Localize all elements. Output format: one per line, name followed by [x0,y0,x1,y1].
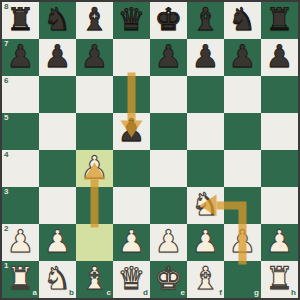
square-f8[interactable]: ♝ [187,2,224,39]
white-pawn-b2[interactable]: ♟ [44,226,72,257]
square-b3[interactable] [39,187,76,224]
black-pawn-f7[interactable]: ♟ [192,41,220,72]
white-pawn-c4[interactable]: ♟ [81,152,109,183]
square-e3[interactable] [150,187,187,224]
white-pawn-h2[interactable]: ♟ [266,226,294,257]
square-h3[interactable] [261,187,298,224]
square-g4[interactable] [224,150,261,187]
square-c5[interactable] [76,113,113,150]
black-rook-a8[interactable]: ♜ [7,4,35,35]
square-f7[interactable]: ♟ [187,39,224,76]
white-bishop-c1[interactable]: ♝ [81,263,109,294]
rank-label-6: 6 [4,77,8,85]
square-h5[interactable] [261,113,298,150]
rank-label-4: 4 [4,151,8,159]
square-a5[interactable]: 5 [2,113,39,150]
square-c3[interactable] [76,187,113,224]
square-f1[interactable]: f♝ [187,261,224,298]
square-d2[interactable]: ♟ [113,224,150,261]
white-pawn-g2[interactable]: ♟ [229,226,257,257]
rank-label-3: 3 [4,188,8,196]
square-g6[interactable] [224,76,261,113]
white-rook-h1[interactable]: ♜ [266,263,294,294]
square-h4[interactable] [261,150,298,187]
black-pawn-g7[interactable]: ♟ [229,41,257,72]
black-pawn-c7[interactable]: ♟ [81,41,109,72]
rank-label-5: 5 [4,114,8,122]
square-b7[interactable]: ♟ [39,39,76,76]
black-rook-h8[interactable]: ♜ [266,4,294,35]
square-h1[interactable]: h♜ [261,261,298,298]
white-knight-f3[interactable]: ♞ [192,189,220,220]
white-pawn-d2[interactable]: ♟ [118,226,146,257]
white-pawn-a2[interactable]: ♟ [7,226,35,257]
black-king-e8[interactable]: ♚ [155,4,183,35]
white-rook-a1[interactable]: ♜ [7,263,35,294]
square-h2[interactable]: ♟ [261,224,298,261]
white-pawn-e2[interactable]: ♟ [155,226,183,257]
square-a8[interactable]: 8♜ [2,2,39,39]
black-pawn-b7[interactable]: ♟ [44,41,72,72]
black-pawn-d5[interactable]: ♟ [118,115,146,146]
square-a6[interactable]: 6 [2,76,39,113]
square-e5[interactable] [150,113,187,150]
square-d3[interactable] [113,187,150,224]
square-e4[interactable] [150,150,187,187]
square-g8[interactable]: ♞ [224,2,261,39]
square-b4[interactable] [39,150,76,187]
square-b2[interactable]: ♟ [39,224,76,261]
square-c4[interactable]: ♟ [76,150,113,187]
square-d5[interactable]: ♟ [113,113,150,150]
square-f3[interactable]: ♞ [187,187,224,224]
square-b8[interactable]: ♞ [39,2,76,39]
square-a2[interactable]: 2♟ [2,224,39,261]
black-pawn-a7[interactable]: ♟ [7,41,35,72]
square-g5[interactable] [224,113,261,150]
square-g2[interactable]: ♟ [224,224,261,261]
file-label-g: g [254,289,259,297]
square-a4[interactable]: 4 [2,150,39,187]
square-d7[interactable] [113,39,150,76]
square-f4[interactable] [187,150,224,187]
square-h6[interactable] [261,76,298,113]
white-queen-d1[interactable]: ♛ [118,263,146,294]
square-c2[interactable] [76,224,113,261]
square-c6[interactable] [76,76,113,113]
square-b1[interactable]: b♞ [39,261,76,298]
square-e7[interactable]: ♟ [150,39,187,76]
black-bishop-f8[interactable]: ♝ [192,4,220,35]
square-h7[interactable]: ♟ [261,39,298,76]
square-b6[interactable] [39,76,76,113]
square-d8[interactable]: ♛ [113,2,150,39]
black-knight-g8[interactable]: ♞ [229,4,257,35]
white-bishop-f1[interactable]: ♝ [192,263,220,294]
square-a3[interactable]: 3 [2,187,39,224]
white-knight-b1[interactable]: ♞ [44,263,72,294]
square-a7[interactable]: 7♟ [2,39,39,76]
black-pawn-e7[interactable]: ♟ [155,41,183,72]
white-pawn-f2[interactable]: ♟ [192,226,220,257]
black-pawn-h7[interactable]: ♟ [266,41,294,72]
square-g7[interactable]: ♟ [224,39,261,76]
file-label-f: f [219,289,222,297]
square-d1[interactable]: d♛ [113,261,150,298]
square-g3[interactable] [224,187,261,224]
square-e8[interactable]: ♚ [150,2,187,39]
square-h8[interactable]: ♜ [261,2,298,39]
square-g1[interactable]: g [224,261,261,298]
square-d6[interactable] [113,76,150,113]
square-d4[interactable] [113,150,150,187]
square-c1[interactable]: c♝ [76,261,113,298]
black-queen-d8[interactable]: ♛ [118,4,146,35]
square-a1[interactable]: 1a♜ [2,261,39,298]
square-f6[interactable] [187,76,224,113]
square-c8[interactable]: ♝ [76,2,113,39]
black-knight-b8[interactable]: ♞ [44,4,72,35]
square-e2[interactable]: ♟ [150,224,187,261]
square-c7[interactable]: ♟ [76,39,113,76]
square-b5[interactable] [39,113,76,150]
square-f2[interactable]: ♟ [187,224,224,261]
white-king-e1[interactable]: ♚ [155,263,183,294]
chess-board: 8♜♞♝♛♚♝♞♜7♟♟♟♟♟♟♟65♟4♟3♞2♟♟♟♟♟♟♟1a♜b♞c♝d… [0,0,300,300]
black-bishop-c8[interactable]: ♝ [81,4,109,35]
square-f5[interactable] [187,113,224,150]
square-e1[interactable]: e♚ [150,261,187,298]
square-e6[interactable] [150,76,187,113]
